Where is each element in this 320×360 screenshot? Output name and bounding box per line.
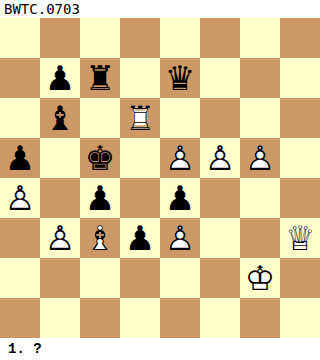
move-prompt: 1. ? xyxy=(0,341,42,357)
piece-black-rook: ♜ xyxy=(80,58,120,98)
square-b2[interactable] xyxy=(40,258,80,298)
black-pawn-icon: ♟ xyxy=(120,218,160,258)
square-b5[interactable] xyxy=(40,138,80,178)
square-d5[interactable] xyxy=(120,138,160,178)
square-d1[interactable] xyxy=(120,298,160,338)
square-f4[interactable] xyxy=(200,178,240,218)
square-h4[interactable] xyxy=(280,178,320,218)
square-a8[interactable] xyxy=(0,18,40,58)
square-e8[interactable] xyxy=(160,18,200,58)
square-f1[interactable] xyxy=(200,298,240,338)
square-a7[interactable] xyxy=(0,58,40,98)
square-a5[interactable]: ♟ xyxy=(0,138,40,178)
square-f8[interactable] xyxy=(200,18,240,58)
square-f5[interactable]: ♟♙ xyxy=(200,138,240,178)
white-pawn-icon: ♙ xyxy=(0,178,40,218)
square-c1[interactable] xyxy=(80,298,120,338)
piece-white-pawn: ♟♙ xyxy=(0,178,40,218)
piece-black-pawn: ♟ xyxy=(40,58,80,98)
square-h7[interactable] xyxy=(280,58,320,98)
square-d3[interactable]: ♟ xyxy=(120,218,160,258)
square-f7[interactable] xyxy=(200,58,240,98)
black-king-icon: ♚ xyxy=(80,138,120,178)
white-bishop-icon: ♗ xyxy=(80,218,120,258)
black-pawn-icon: ♟ xyxy=(80,178,120,218)
square-e6[interactable] xyxy=(160,98,200,138)
square-c7[interactable]: ♜ xyxy=(80,58,120,98)
piece-white-pawn: ♟♙ xyxy=(40,218,80,258)
black-bishop-icon: ♝ xyxy=(40,98,80,138)
square-h3[interactable]: ♛♕ xyxy=(280,218,320,258)
puzzle-id-title: BWTC.0703 xyxy=(0,1,80,17)
chess-board: ♟♜♛♝♜♖♟♚♟♙♟♙♟♙♟♙♟♟♟♙♝♗♟♟♙♛♕♚♔ xyxy=(0,18,320,338)
square-h6[interactable] xyxy=(280,98,320,138)
piece-white-king: ♚♔ xyxy=(240,258,280,298)
square-e2[interactable] xyxy=(160,258,200,298)
square-a3[interactable] xyxy=(0,218,40,258)
piece-white-rook: ♜♖ xyxy=(120,98,160,138)
square-d6[interactable]: ♜♖ xyxy=(120,98,160,138)
square-c3[interactable]: ♝♗ xyxy=(80,218,120,258)
square-e4[interactable]: ♟ xyxy=(160,178,200,218)
square-c6[interactable] xyxy=(80,98,120,138)
piece-white-pawn: ♟♙ xyxy=(240,138,280,178)
black-rook-icon: ♜ xyxy=(80,58,120,98)
square-a1[interactable] xyxy=(0,298,40,338)
white-pawn-icon: ♙ xyxy=(160,218,200,258)
piece-black-pawn: ♟ xyxy=(0,138,40,178)
white-pawn-icon: ♙ xyxy=(160,138,200,178)
white-queen-icon: ♕ xyxy=(280,218,320,258)
square-b8[interactable] xyxy=(40,18,80,58)
square-e7[interactable]: ♛ xyxy=(160,58,200,98)
square-b4[interactable] xyxy=(40,178,80,218)
square-b1[interactable] xyxy=(40,298,80,338)
white-pawn-icon: ♙ xyxy=(240,138,280,178)
square-g5[interactable]: ♟♙ xyxy=(240,138,280,178)
square-d2[interactable] xyxy=(120,258,160,298)
diagram-header: BWTC.0703 xyxy=(0,0,320,18)
square-b7[interactable]: ♟ xyxy=(40,58,80,98)
square-f3[interactable] xyxy=(200,218,240,258)
black-pawn-icon: ♟ xyxy=(40,58,80,98)
square-h5[interactable] xyxy=(280,138,320,178)
black-queen-icon: ♛ xyxy=(160,58,200,98)
square-e3[interactable]: ♟♙ xyxy=(160,218,200,258)
square-g6[interactable] xyxy=(240,98,280,138)
piece-black-bishop: ♝ xyxy=(40,98,80,138)
status-bar: 1. ? xyxy=(0,338,320,360)
square-g7[interactable] xyxy=(240,58,280,98)
piece-black-king: ♚ xyxy=(80,138,120,178)
square-b6[interactable]: ♝ xyxy=(40,98,80,138)
square-g8[interactable] xyxy=(240,18,280,58)
piece-black-queen: ♛ xyxy=(160,58,200,98)
piece-white-pawn: ♟♙ xyxy=(200,138,240,178)
white-pawn-icon: ♙ xyxy=(200,138,240,178)
square-g4[interactable] xyxy=(240,178,280,218)
piece-white-bishop: ♝♗ xyxy=(80,218,120,258)
white-king-icon: ♔ xyxy=(240,258,280,298)
square-a6[interactable] xyxy=(0,98,40,138)
square-d8[interactable] xyxy=(120,18,160,58)
square-h2[interactable] xyxy=(280,258,320,298)
square-b3[interactable]: ♟♙ xyxy=(40,218,80,258)
white-pawn-icon: ♙ xyxy=(40,218,80,258)
black-pawn-icon: ♟ xyxy=(160,178,200,218)
square-d4[interactable] xyxy=(120,178,160,218)
piece-black-pawn: ♟ xyxy=(120,218,160,258)
square-c4[interactable]: ♟ xyxy=(80,178,120,218)
piece-black-pawn: ♟ xyxy=(80,178,120,218)
square-a2[interactable] xyxy=(0,258,40,298)
piece-white-pawn: ♟♙ xyxy=(160,138,200,178)
square-g2[interactable]: ♚♔ xyxy=(240,258,280,298)
square-h1[interactable] xyxy=(280,298,320,338)
square-f2[interactable] xyxy=(200,258,240,298)
square-c8[interactable] xyxy=(80,18,120,58)
piece-white-pawn: ♟♙ xyxy=(160,218,200,258)
square-e5[interactable]: ♟♙ xyxy=(160,138,200,178)
square-g3[interactable] xyxy=(240,218,280,258)
square-h8[interactable] xyxy=(280,18,320,58)
square-a4[interactable]: ♟♙ xyxy=(0,178,40,218)
square-e1[interactable] xyxy=(160,298,200,338)
square-d7[interactable] xyxy=(120,58,160,98)
piece-black-pawn: ♟ xyxy=(160,178,200,218)
white-rook-icon: ♖ xyxy=(120,98,160,138)
square-c5[interactable]: ♚ xyxy=(80,138,120,178)
square-c2[interactable] xyxy=(80,258,120,298)
black-pawn-icon: ♟ xyxy=(0,138,40,178)
square-f6[interactable] xyxy=(200,98,240,138)
square-g1[interactable] xyxy=(240,298,280,338)
piece-white-queen: ♛♕ xyxy=(280,218,320,258)
